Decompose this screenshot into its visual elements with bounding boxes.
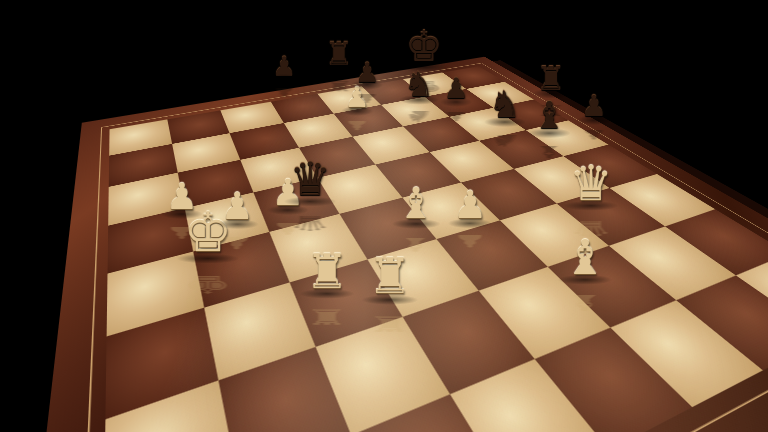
black-bishop-b5[interactable]: ♝♝	[532, 97, 565, 134]
piece-reflection: ♞	[489, 131, 521, 147]
piece-reflection: ♟	[443, 109, 468, 122]
piece-reflection: ♟	[344, 118, 369, 131]
piece-shadow	[299, 289, 355, 299]
piece-shadow	[161, 209, 203, 219]
black-pawn-h7[interactable]: ♟♟	[272, 53, 296, 80]
piece-shadow	[440, 97, 473, 107]
piece-reflection: ♟	[581, 128, 607, 141]
piece-reflection: ♝	[532, 143, 565, 160]
queen-glyph: ♛	[569, 159, 612, 207]
white-rook-f1[interactable]: ♜♜	[305, 247, 348, 295]
black-pawn-d6[interactable]: ♟♟	[443, 75, 468, 103]
piece-shadow	[215, 219, 258, 229]
piece-shadow	[484, 117, 526, 127]
piece-reflection: ♞	[404, 109, 434, 124]
black-pawn-f7[interactable]: ♟♟	[355, 59, 379, 86]
board-3d-scene	[0, 0, 768, 432]
piece-reflection: ♛	[569, 218, 612, 240]
white-pawn-c4[interactable]: ♟♟	[453, 186, 487, 224]
piece-reflection: ♜	[325, 78, 354, 92]
piece-shadow	[351, 80, 382, 90]
piece-reflection: ♝	[397, 235, 435, 254]
piece-shadow	[527, 128, 570, 138]
piece-shadow	[399, 95, 439, 105]
piece-shadow	[283, 196, 337, 206]
white-pawn-h3[interactable]: ♟♟	[166, 179, 198, 215]
white-queen-a4[interactable]: ♛♛	[569, 159, 612, 207]
piece-reflection: ♟	[453, 233, 487, 250]
piece-shadow	[268, 74, 299, 84]
piece-shadow	[361, 295, 418, 305]
rook-glyph: ♜	[305, 247, 348, 295]
piece-reflection: ♟	[355, 92, 379, 104]
white-rook-e1[interactable]: ♜♜	[368, 252, 412, 301]
black-rook-g8[interactable]: ♜♜	[325, 38, 354, 70]
piece-reflection: ♟	[166, 223, 198, 239]
piece-shadow	[577, 115, 611, 125]
rook-glyph: ♜	[368, 252, 412, 301]
black-pawn-a5[interactable]: ♟♟	[581, 92, 607, 121]
chess-scene: ♚♚♟♟♟♟♟♟♟♟♟♟♜♜♜♜♝♝♝♝♛♛♟♟♜♜♟♟♚♚♞♞♟♟♞♞♜♜♝♝…	[0, 0, 768, 432]
piece-shadow	[320, 64, 357, 74]
white-pawn-g3[interactable]: ♟♟	[220, 188, 253, 225]
piece-reflection: ♜	[368, 312, 412, 334]
piece-shadow	[557, 275, 613, 285]
piece-reflection: ♟	[220, 234, 253, 251]
piece-shadow	[563, 201, 619, 211]
piece-reflection: ♜	[305, 306, 348, 328]
piece-reflection: ♚	[184, 272, 232, 296]
piece-shadow	[177, 254, 240, 264]
piece-reflection: ♝	[563, 292, 606, 314]
piece-shadow	[448, 218, 492, 228]
black-queen-e4[interactable]: ♛♛	[289, 156, 330, 202]
black-rook-b6[interactable]: ♜♜	[536, 62, 566, 95]
black-king-e8[interactable]: ♚♚	[405, 26, 443, 68]
piece-shadow	[392, 219, 441, 229]
piece-reflection: ♛	[289, 213, 330, 234]
black-knight-c5[interactable]: ♞♞	[489, 87, 521, 123]
piece-reflection: ♟	[272, 86, 296, 98]
black-knight-e7[interactable]: ♞♞	[404, 67, 434, 101]
white-bishop-d4[interactable]: ♝♝	[397, 183, 435, 225]
piece-shadow	[341, 106, 374, 116]
